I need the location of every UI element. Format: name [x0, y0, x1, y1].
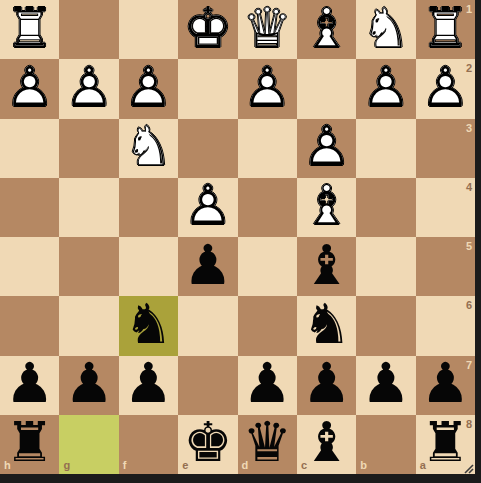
chess-board: ♜♖♚♔♛♕♝♗♞♘1♜♖♟♙♟♙♟♙♟♙♟♙2♟♙♞♘♟♙3♟♙♝♗4♟♝5♞…	[0, 0, 475, 474]
piece-white-rook-h1[interactable]: ♜♖	[0, 0, 59, 59]
piece-glyph-outline: ♕	[238, 0, 297, 59]
square-h2[interactable]: ♟♙	[0, 59, 59, 118]
piece-black-queen-d8[interactable]: ♛	[238, 415, 297, 474]
square-b1[interactable]: ♞♘	[356, 0, 415, 59]
square-c4[interactable]: ♝♗	[297, 178, 356, 237]
square-g5[interactable]	[59, 237, 118, 296]
square-e6[interactable]	[178, 296, 237, 355]
piece-glyph-fill: ♟	[0, 356, 59, 415]
square-b5[interactable]	[356, 237, 415, 296]
piece-glyph-fill: ♛	[238, 415, 297, 474]
piece-white-king-e1[interactable]: ♚♔	[178, 0, 237, 59]
square-c8[interactable]: c♝	[297, 415, 356, 474]
square-b3[interactable]	[356, 119, 415, 178]
piece-glyph-outline: ♘	[356, 0, 415, 59]
piece-glyph-outline: ♙	[59, 59, 118, 118]
piece-glyph-fill: ♝	[297, 237, 356, 296]
piece-white-bishop-c4[interactable]: ♝♗	[297, 178, 356, 237]
piece-white-bishop-c1[interactable]: ♝♗	[297, 0, 356, 59]
square-h8[interactable]: h♜	[0, 415, 59, 474]
piece-glyph-fill: ♚	[178, 415, 237, 474]
file-label-g: g	[63, 460, 70, 471]
piece-glyph-fill: ♞	[119, 296, 178, 355]
file-label-f: f	[123, 460, 127, 471]
square-e2[interactable]	[178, 59, 237, 118]
piece-black-pawn-a7[interactable]: ♟	[416, 356, 475, 415]
square-f7[interactable]: ♟	[119, 356, 178, 415]
board-resize-handle[interactable]	[461, 460, 474, 473]
piece-white-pawn-b2[interactable]: ♟♙	[356, 59, 415, 118]
piece-glyph-fill: ♟	[238, 356, 297, 415]
square-c6[interactable]: ♞	[297, 296, 356, 355]
piece-glyph-fill: ♟	[178, 237, 237, 296]
square-e3[interactable]	[178, 119, 237, 178]
square-b6[interactable]	[356, 296, 415, 355]
rank-label-5: 5	[466, 241, 472, 252]
square-e4[interactable]: ♟♙	[178, 178, 237, 237]
piece-glyph-outline: ♖	[416, 0, 475, 59]
square-h4[interactable]	[0, 178, 59, 237]
piece-glyph-outline: ♘	[119, 119, 178, 178]
square-d6[interactable]	[238, 296, 297, 355]
square-f2[interactable]: ♟♙	[119, 59, 178, 118]
piece-black-bishop-c8[interactable]: ♝	[297, 415, 356, 474]
piece-glyph-fill: ♟	[59, 356, 118, 415]
rank-label-3: 3	[466, 123, 472, 134]
square-g3[interactable]	[59, 119, 118, 178]
square-d2[interactable]: ♟♙	[238, 59, 297, 118]
square-f3[interactable]: ♞♘	[119, 119, 178, 178]
square-c7[interactable]: ♟	[297, 356, 356, 415]
piece-glyph-fill: ♟	[356, 356, 415, 415]
piece-glyph-fill: ♟	[416, 356, 475, 415]
piece-white-pawn-a2[interactable]: ♟♙	[416, 59, 475, 118]
piece-glyph-fill: ♟	[119, 356, 178, 415]
page: ♜♖♚♔♛♕♝♗♞♘1♜♖♟♙♟♙♟♙♟♙♟♙2♟♙♞♘♟♙3♟♙♝♗4♟♝5♞…	[0, 0, 481, 483]
piece-glyph-outline: ♙	[297, 119, 356, 178]
square-h6[interactable]	[0, 296, 59, 355]
square-d7[interactable]: ♟	[238, 356, 297, 415]
square-g1[interactable]	[59, 0, 118, 59]
square-c2[interactable]	[297, 59, 356, 118]
piece-glyph-outline: ♙	[416, 59, 475, 118]
rank-label-4: 4	[466, 182, 472, 193]
piece-glyph-outline: ♙	[0, 59, 59, 118]
square-d3[interactable]	[238, 119, 297, 178]
square-d4[interactable]	[238, 178, 297, 237]
square-c1[interactable]: ♝♗	[297, 0, 356, 59]
square-c5[interactable]: ♝	[297, 237, 356, 296]
square-d5[interactable]	[238, 237, 297, 296]
piece-black-bishop-c5[interactable]: ♝	[297, 237, 356, 296]
square-c3[interactable]: ♟♙	[297, 119, 356, 178]
square-g4[interactable]	[59, 178, 118, 237]
square-f4[interactable]	[119, 178, 178, 237]
piece-white-rook-a1[interactable]: ♜♖	[416, 0, 475, 59]
square-d8[interactable]: d♛	[238, 415, 297, 474]
square-h1[interactable]: ♜♖	[0, 0, 59, 59]
piece-white-pawn-e4[interactable]: ♟♙	[178, 178, 237, 237]
piece-black-pawn-g7[interactable]: ♟	[59, 356, 118, 415]
piece-glyph-fill: ♞	[297, 296, 356, 355]
square-h3[interactable]	[0, 119, 59, 178]
square-b4[interactable]	[356, 178, 415, 237]
piece-white-pawn-d2[interactable]: ♟♙	[238, 59, 297, 118]
piece-black-knight-f6[interactable]: ♞	[119, 296, 178, 355]
square-b2[interactable]: ♟♙	[356, 59, 415, 118]
square-g7[interactable]: ♟	[59, 356, 118, 415]
piece-black-pawn-f7[interactable]: ♟	[119, 356, 178, 415]
piece-black-rook-h8[interactable]: ♜	[0, 415, 59, 474]
piece-glyph-outline: ♖	[0, 0, 59, 59]
square-d1[interactable]: ♛♕	[238, 0, 297, 59]
square-a3[interactable]: 3	[416, 119, 475, 178]
square-g2[interactable]: ♟♙	[59, 59, 118, 118]
square-e7[interactable]	[178, 356, 237, 415]
square-a1[interactable]: 1♜♖	[416, 0, 475, 59]
piece-glyph-outline: ♗	[297, 0, 356, 59]
square-e8[interactable]: e♚	[178, 415, 237, 474]
piece-black-pawn-c7[interactable]: ♟	[297, 356, 356, 415]
piece-glyph-outline: ♗	[297, 178, 356, 237]
piece-black-pawn-b7[interactable]: ♟	[356, 356, 415, 415]
square-f6[interactable]: ♞	[119, 296, 178, 355]
piece-black-pawn-h7[interactable]: ♟	[0, 356, 59, 415]
piece-glyph-outline: ♙	[356, 59, 415, 118]
rank-label-6: 6	[466, 300, 472, 311]
piece-glyph-fill: ♜	[0, 415, 59, 474]
piece-black-pawn-e5[interactable]: ♟	[178, 237, 237, 296]
piece-glyph-outline: ♙	[178, 178, 237, 237]
piece-black-knight-c6[interactable]: ♞	[297, 296, 356, 355]
square-h7[interactable]: ♟	[0, 356, 59, 415]
square-g6[interactable]	[59, 296, 118, 355]
square-h5[interactable]	[0, 237, 59, 296]
square-e1[interactable]: ♚♔	[178, 0, 237, 59]
piece-white-knight-b1[interactable]: ♞♘	[356, 0, 415, 59]
square-g8[interactable]: g	[59, 415, 118, 474]
piece-black-pawn-d7[interactable]: ♟	[238, 356, 297, 415]
square-f5[interactable]	[119, 237, 178, 296]
square-a7[interactable]: 7♟	[416, 356, 475, 415]
square-f8[interactable]: f	[119, 415, 178, 474]
piece-glyph-outline: ♙	[119, 59, 178, 118]
piece-black-king-e8[interactable]: ♚	[178, 415, 237, 474]
square-b8[interactable]: b	[356, 415, 415, 474]
piece-glyph-fill: ♝	[297, 415, 356, 474]
piece-glyph-fill: ♟	[297, 356, 356, 415]
square-a4[interactable]: 4	[416, 178, 475, 237]
square-a5[interactable]: 5	[416, 237, 475, 296]
square-f1[interactable]	[119, 0, 178, 59]
piece-glyph-outline: ♔	[178, 0, 237, 59]
file-label-b: b	[360, 460, 367, 471]
piece-white-pawn-f2[interactable]: ♟♙	[119, 59, 178, 118]
piece-white-pawn-h2[interactable]: ♟♙	[0, 59, 59, 118]
piece-white-pawn-g2[interactable]: ♟♙	[59, 59, 118, 118]
square-b7[interactable]: ♟	[356, 356, 415, 415]
piece-glyph-outline: ♙	[238, 59, 297, 118]
piece-white-queen-d1[interactable]: ♛♕	[238, 0, 297, 59]
square-a2[interactable]: 2♟♙	[416, 59, 475, 118]
square-a6[interactable]: 6	[416, 296, 475, 355]
square-e5[interactable]: ♟	[178, 237, 237, 296]
piece-white-knight-f3[interactable]: ♞♘	[119, 119, 178, 178]
piece-white-pawn-c3[interactable]: ♟♙	[297, 119, 356, 178]
